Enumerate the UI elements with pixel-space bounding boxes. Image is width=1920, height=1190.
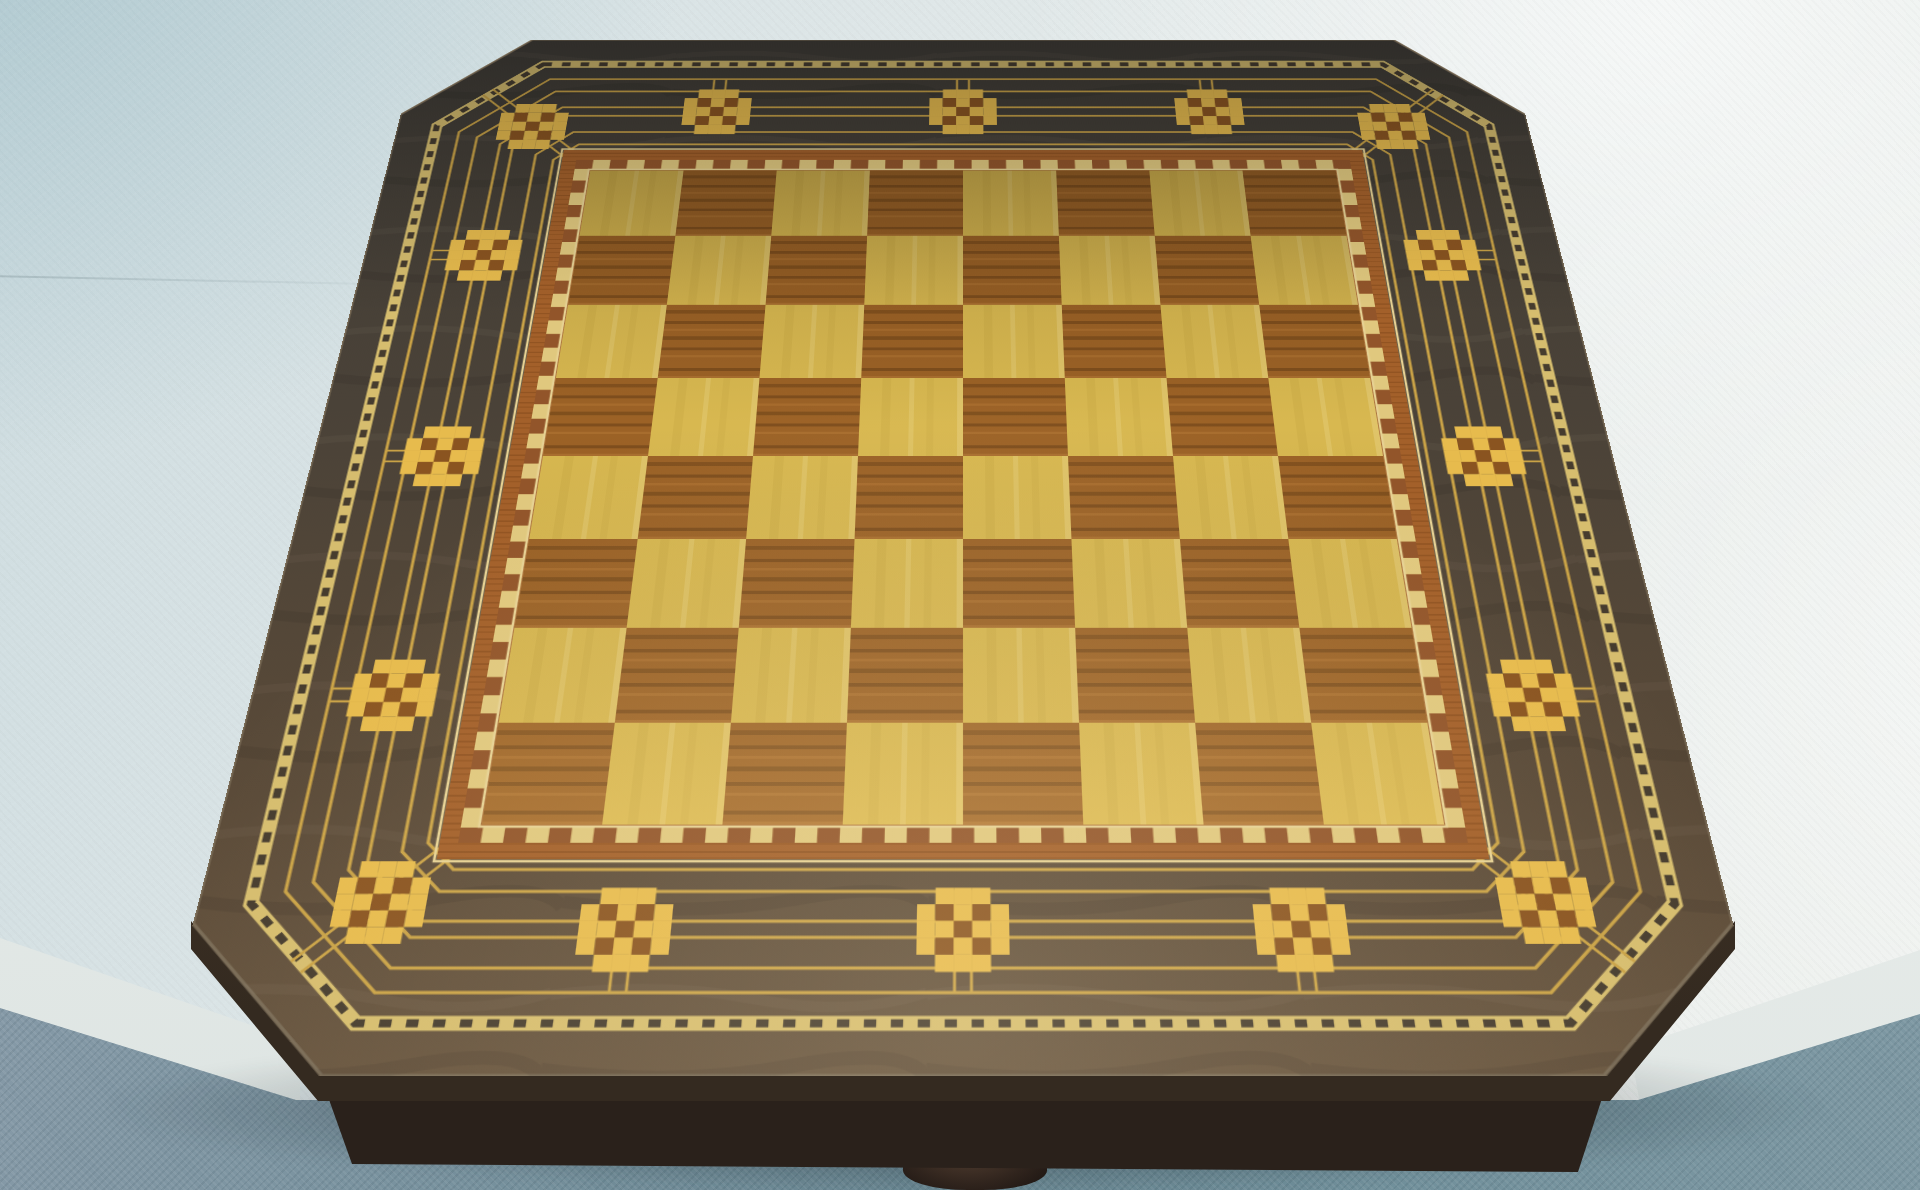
tabletop xyxy=(154,40,1772,1076)
scene xyxy=(0,0,1920,1190)
